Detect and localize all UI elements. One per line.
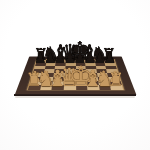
board-bottom-edge <box>15 96 135 97</box>
piece-black-pawn-h7[interactable]: ♟ <box>104 51 117 65</box>
chess-set-photo: ♜♞♝♛♚♝♞♜♟♟♟♟♟♟♟♟♟♟♟♟♟♟♟♟♜♞♝♛♚♝♞♜ <box>0 0 150 150</box>
piece-white-rook-h1[interactable]: ♜ <box>108 71 124 89</box>
